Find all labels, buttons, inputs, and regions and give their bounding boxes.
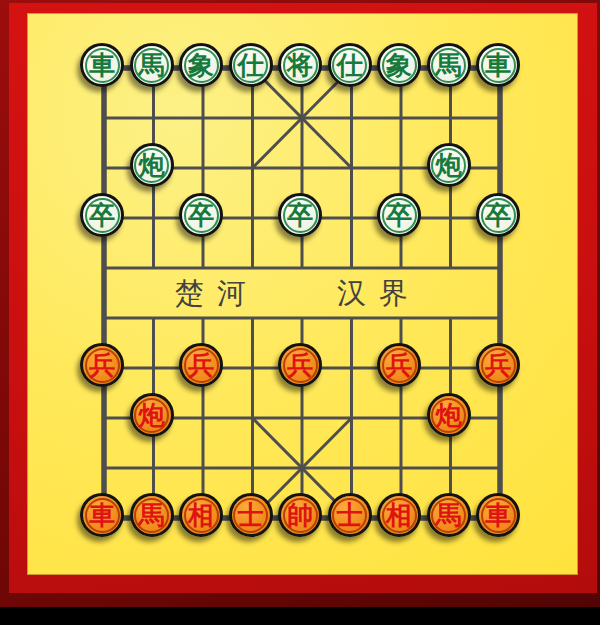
- piece-glyph: 車: [89, 53, 115, 79]
- piece-black-cannon[interactable]: 炮: [130, 143, 174, 187]
- piece-black-chariot[interactable]: 車: [80, 43, 124, 87]
- piece-glyph: 士: [337, 503, 363, 529]
- piece-red-chariot[interactable]: 車: [476, 493, 520, 537]
- xiangqi-board[interactable]: 楚河 汉界 車馬象仕将仕象馬車炮炮卒卒卒卒卒兵兵兵兵兵炮炮車馬相士帥士相馬車: [27, 13, 578, 575]
- piece-red-advisor[interactable]: 士: [328, 493, 372, 537]
- piece-black-horse[interactable]: 馬: [130, 43, 174, 87]
- piece-red-soldier[interactable]: 兵: [80, 343, 124, 387]
- piece-glyph: 炮: [436, 153, 462, 179]
- piece-red-soldier[interactable]: 兵: [476, 343, 520, 387]
- piece-black-general[interactable]: 将: [278, 43, 322, 87]
- piece-glyph: 将: [287, 53, 313, 79]
- piece-red-soldier[interactable]: 兵: [179, 343, 223, 387]
- piece-glyph: 士: [238, 503, 264, 529]
- piece-red-elephant[interactable]: 相: [179, 493, 223, 537]
- piece-glyph: 相: [188, 503, 214, 529]
- pieces-grid: 車馬象仕将仕象馬車炮炮卒卒卒卒卒兵兵兵兵兵炮炮車馬相士帥士相馬車: [79, 43, 525, 543]
- piece-black-soldier[interactable]: 卒: [80, 193, 124, 237]
- piece-glyph: 象: [188, 53, 214, 79]
- piece-glyph: 馬: [436, 53, 462, 79]
- piece-glyph: 卒: [485, 203, 511, 229]
- piece-glyph: 炮: [139, 153, 165, 179]
- piece-glyph: 馬: [139, 53, 165, 79]
- piece-black-advisor[interactable]: 仕: [328, 43, 372, 87]
- piece-black-elephant[interactable]: 象: [377, 43, 421, 87]
- piece-red-elephant[interactable]: 相: [377, 493, 421, 537]
- piece-glyph: 卒: [89, 203, 115, 229]
- piece-red-soldier[interactable]: 兵: [278, 343, 322, 387]
- piece-glyph: 馬: [436, 503, 462, 529]
- piece-black-chariot[interactable]: 車: [476, 43, 520, 87]
- piece-glyph: 相: [386, 503, 412, 529]
- piece-black-soldier[interactable]: 卒: [377, 193, 421, 237]
- piece-red-advisor[interactable]: 士: [229, 493, 273, 537]
- piece-glyph: 車: [485, 53, 511, 79]
- piece-glyph: 帥: [287, 503, 313, 529]
- piece-red-cannon[interactable]: 炮: [130, 393, 174, 437]
- piece-glyph: 卒: [188, 203, 214, 229]
- piece-glyph: 卒: [287, 203, 313, 229]
- piece-glyph: 兵: [188, 353, 214, 379]
- bottom-black-strip: [0, 607, 600, 625]
- piece-red-general[interactable]: 帥: [278, 493, 322, 537]
- piece-glyph: 炮: [436, 403, 462, 429]
- piece-glyph: 馬: [139, 503, 165, 529]
- piece-glyph: 兵: [485, 353, 511, 379]
- piece-glyph: 仕: [238, 53, 264, 79]
- piece-glyph: 兵: [386, 353, 412, 379]
- piece-red-horse[interactable]: 馬: [427, 493, 471, 537]
- piece-red-chariot[interactable]: 車: [80, 493, 124, 537]
- piece-glyph: 炮: [139, 403, 165, 429]
- piece-black-soldier[interactable]: 卒: [179, 193, 223, 237]
- piece-glyph: 車: [485, 503, 511, 529]
- piece-glyph: 兵: [89, 353, 115, 379]
- piece-black-elephant[interactable]: 象: [179, 43, 223, 87]
- piece-glyph: 仕: [337, 53, 363, 79]
- piece-red-horse[interactable]: 馬: [130, 493, 174, 537]
- piece-glyph: 象: [386, 53, 412, 79]
- piece-black-horse[interactable]: 馬: [427, 43, 471, 87]
- piece-black-soldier[interactable]: 卒: [476, 193, 520, 237]
- piece-glyph: 卒: [386, 203, 412, 229]
- piece-black-advisor[interactable]: 仕: [229, 43, 273, 87]
- piece-black-soldier[interactable]: 卒: [278, 193, 322, 237]
- piece-red-cannon[interactable]: 炮: [427, 393, 471, 437]
- piece-red-soldier[interactable]: 兵: [377, 343, 421, 387]
- piece-glyph: 兵: [287, 353, 313, 379]
- piece-glyph: 車: [89, 503, 115, 529]
- piece-black-cannon[interactable]: 炮: [427, 143, 471, 187]
